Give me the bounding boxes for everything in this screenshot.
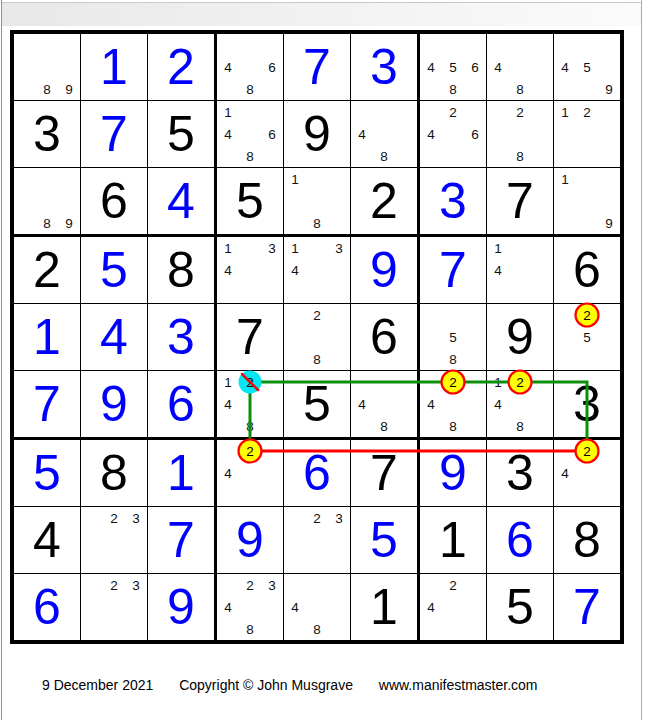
candidate-digit: 8 (509, 415, 531, 437)
cell-r3c1[interactable]: 89 (14, 168, 80, 234)
cell-r6c3[interactable]: 6 (148, 371, 214, 437)
cell-r2c2[interactable]: 7 (81, 101, 147, 167)
given-digit: 5 (217, 168, 283, 234)
cell-r8c5[interactable]: 23 (284, 507, 350, 573)
candidate-digit: 3 (328, 237, 350, 259)
candidate-digit: 9 (58, 78, 80, 100)
candidate-digit: 1 (487, 371, 509, 393)
cell-r7c8[interactable]: 3 (487, 440, 553, 506)
candidate-digit: 8 (509, 145, 531, 167)
candidate-digit: 8 (442, 415, 464, 437)
candidate-digit: 1 (284, 168, 306, 190)
candidate-grid: 459 (554, 34, 620, 100)
cell-r5c8[interactable]: 9 (487, 304, 553, 370)
candidate-digit: 4 (487, 259, 509, 281)
candidate-digit: 4 (554, 56, 576, 78)
cell-r5c5[interactable]: 28 (284, 304, 350, 370)
candidate-grid: 58 (420, 304, 486, 370)
cell-r5c7[interactable]: 58 (420, 304, 486, 370)
cell-r2c3[interactable]: 5 (148, 101, 214, 167)
cell-r9c4[interactable]: 2348 (217, 574, 283, 640)
candidate-digit: 9 (598, 78, 620, 100)
cell-r8c8[interactable]: 6 (487, 507, 553, 573)
given-digit: 3 (487, 440, 553, 506)
cell-r4c3[interactable]: 8 (148, 237, 214, 303)
cell-r3c5[interactable]: 18 (284, 168, 350, 234)
candidate-digit: 4 (284, 596, 306, 618)
candidate-digit: 2 (576, 440, 598, 462)
cell-r5c9[interactable]: 25 (554, 304, 620, 370)
candidate-grid: 23 (81, 507, 147, 573)
candidate-digit: 5 (576, 326, 598, 348)
given-digit: 9 (284, 101, 350, 167)
cell-r1c6[interactable]: 3 (351, 34, 417, 100)
solved-digit: 5 (14, 440, 80, 506)
solved-digit: 9 (351, 237, 417, 303)
candidate-digit: 8 (36, 212, 58, 234)
candidate-digit: 4 (284, 259, 306, 281)
cell-r4c4[interactable]: 134 (217, 237, 283, 303)
candidate-digit: 1 (217, 237, 239, 259)
candidate-grid: 134 (217, 237, 283, 303)
solved-digit: 9 (148, 574, 214, 640)
candidate-digit: 2 (239, 574, 261, 596)
cell-r3c2[interactable]: 6 (81, 168, 147, 234)
candidate-digit: 2 (576, 304, 598, 326)
solved-digit: 6 (148, 371, 214, 437)
candidate-digit: 9 (58, 212, 80, 234)
candidate-digit: 5 (442, 56, 464, 78)
given-digit: 7 (217, 304, 283, 370)
cell-r9c9[interactable]: 7 (554, 574, 620, 640)
candidate-digit: 2 (576, 101, 598, 123)
solved-digit: 2 (148, 34, 214, 100)
cell-r4c2[interactable]: 5 (81, 237, 147, 303)
candidate-digit: 8 (239, 78, 261, 100)
cell-r8c4[interactable]: 9 (217, 507, 283, 573)
cell-r9c6[interactable]: 1 (351, 574, 417, 640)
given-digit: 8 (148, 237, 214, 303)
cell-r7c4[interactable]: 24 (217, 440, 283, 506)
cell-r1c3[interactable]: 2 (148, 34, 214, 100)
footer-website: www.manifestmaster.com (379, 677, 538, 693)
solved-digit: 7 (81, 101, 147, 167)
cell-r4c5[interactable]: 134 (284, 237, 350, 303)
given-digit: 7 (487, 168, 553, 234)
cell-r6c4[interactable]: 1248 (217, 371, 283, 437)
candidate-digit: 4 (217, 259, 239, 281)
solved-digit: 3 (351, 34, 417, 100)
candidate-digit: 4 (420, 123, 442, 145)
candidate-digit: 8 (442, 348, 464, 370)
candidate-digit: 8 (373, 415, 395, 437)
solved-digit: 7 (284, 34, 350, 100)
cell-r8c1[interactable]: 4 (14, 507, 80, 573)
candidate-digit: 4 (554, 462, 576, 484)
candidate-grid: 4568 (420, 34, 486, 100)
cell-r7c7[interactable]: 9 (420, 440, 486, 506)
solved-digit: 5 (351, 507, 417, 573)
given-digit: 3 (14, 101, 80, 167)
candidate-grid: 23 (284, 507, 350, 573)
cell-r6c6[interactable]: 48 (351, 371, 417, 437)
cell-r3c9[interactable]: 19 (554, 168, 620, 234)
cell-r6c2[interactable]: 9 (81, 371, 147, 437)
candidate-grid: 19 (554, 168, 620, 234)
cell-r7c5[interactable]: 6 (284, 440, 350, 506)
cell-r2c9[interactable]: 12 (554, 101, 620, 167)
cell-r6c1[interactable]: 7 (14, 371, 80, 437)
candidate-grid: 14 (487, 237, 553, 303)
cell-r3c3[interactable]: 4 (148, 168, 214, 234)
candidate-grid: 48 (351, 371, 417, 437)
solved-digit: 9 (217, 507, 283, 573)
given-digit: 5 (148, 101, 214, 167)
cell-r4c7[interactable]: 7 (420, 237, 486, 303)
candidate-grid: 24 (554, 440, 620, 506)
solved-digit: 6 (284, 440, 350, 506)
given-digit: 7 (351, 440, 417, 506)
candidate-digit: 8 (306, 212, 328, 234)
candidate-digit: 2 (103, 507, 125, 529)
cell-r1c4[interactable]: 468 (217, 34, 283, 100)
candidate-grid: 1248 (487, 371, 553, 437)
cell-r1c9[interactable]: 459 (554, 34, 620, 100)
candidate-digit: 2 (239, 440, 261, 462)
cell-r1c7[interactable]: 4568 (420, 34, 486, 100)
candidate-digit: 4 (217, 596, 239, 618)
candidate-grid: 89 (14, 168, 80, 234)
cell-r8c6[interactable]: 5 (351, 507, 417, 573)
candidate-digit: 2 (442, 371, 464, 393)
candidate-digit: 2 (509, 371, 531, 393)
candidate-digit: 4 (217, 56, 239, 78)
cell-r5c1[interactable]: 1 (14, 304, 80, 370)
candidate-digit: 1 (554, 101, 576, 123)
cell-r7c6[interactable]: 7 (351, 440, 417, 506)
candidate-digit: 8 (442, 78, 464, 100)
candidate-grid: 25 (554, 304, 620, 370)
solved-digit: 3 (420, 168, 486, 234)
cell-r1c1[interactable]: 89 (14, 34, 80, 100)
cell-r2c6[interactable]: 48 (351, 101, 417, 167)
solved-digit: 9 (420, 440, 486, 506)
candidate-digit: 3 (261, 574, 283, 596)
cell-r8c2[interactable]: 23 (81, 507, 147, 573)
candidate-digit: 6 (261, 123, 283, 145)
cell-r3c6[interactable]: 2 (351, 168, 417, 234)
candidate-digit: 3 (328, 507, 350, 529)
given-digit: 5 (284, 371, 350, 437)
candidate-grid: 134 (284, 237, 350, 303)
cell-r8c3[interactable]: 7 (148, 507, 214, 573)
cell-r2c4[interactable]: 1468 (217, 101, 283, 167)
candidate-grid: 2348 (217, 574, 283, 640)
cell-r3c4[interactable]: 5 (217, 168, 283, 234)
cell-r1c2[interactable]: 1 (81, 34, 147, 100)
candidate-digit: 3 (125, 507, 147, 529)
given-digit: 8 (81, 440, 147, 506)
candidate-grid: 48 (351, 101, 417, 167)
footer-date: 9 December 2021 (42, 677, 153, 693)
candidate-digit: 8 (239, 415, 261, 437)
candidate-digit: 4 (217, 123, 239, 145)
given-digit: 6 (351, 304, 417, 370)
footer: 9 December 2021 Copyright © John Musgrav… (42, 677, 538, 693)
candidate-digit: 1 (217, 101, 239, 123)
cell-r5c3[interactable]: 3 (148, 304, 214, 370)
solved-digit: 4 (148, 168, 214, 234)
candidate-grid: 248 (420, 371, 486, 437)
given-digit: 6 (81, 168, 147, 234)
candidate-digit: 4 (420, 596, 442, 618)
cell-r1c5[interactable]: 7 (284, 34, 350, 100)
solved-digit: 1 (81, 34, 147, 100)
candidate-digit: 5 (576, 56, 598, 78)
cell-r1c8[interactable]: 48 (487, 34, 553, 100)
window-edge-right (641, 0, 642, 720)
given-digit: 3 (554, 371, 620, 437)
solved-digit: 7 (14, 371, 80, 437)
given-digit: 8 (554, 507, 620, 573)
toolbar-edge (2, 2, 641, 26)
cell-r9c8[interactable]: 5 (487, 574, 553, 640)
candidate-digit: 1 (217, 371, 239, 393)
candidate-digit: 9 (598, 212, 620, 234)
cell-r3c7[interactable]: 3 (420, 168, 486, 234)
candidate-grid: 246 (420, 101, 486, 167)
solved-digit: 7 (554, 574, 620, 640)
candidate-digit: 8 (239, 145, 261, 167)
candidate-grid: 48 (487, 34, 553, 100)
cell-r8c9[interactable]: 8 (554, 507, 620, 573)
solved-digit: 1 (148, 440, 214, 506)
cell-r6c8[interactable]: 1248 (487, 371, 553, 437)
candidate-grid: 23 (81, 574, 147, 640)
cell-r6c5[interactable]: 5 (284, 371, 350, 437)
candidate-digit: 8 (306, 348, 328, 370)
cell-r2c5[interactable]: 9 (284, 101, 350, 167)
candidate-digit: 2 (239, 371, 261, 393)
candidate-digit: 1 (554, 168, 576, 190)
window-edge-left (1, 0, 2, 720)
candidate-grid: 12 (554, 101, 620, 167)
footer-copyright: Copyright © John Musgrave (179, 677, 353, 693)
cell-r9c1[interactable]: 6 (14, 574, 80, 640)
given-digit: 1 (420, 507, 486, 573)
given-digit: 6 (554, 237, 620, 303)
candidate-digit: 8 (509, 78, 531, 100)
cell-r2c8[interactable]: 28 (487, 101, 553, 167)
candidate-digit: 4 (217, 462, 239, 484)
candidate-digit: 2 (442, 101, 464, 123)
solved-digit: 7 (148, 507, 214, 573)
candidate-digit: 6 (464, 56, 486, 78)
candidate-grid: 24 (420, 574, 486, 640)
candidate-digit: 3 (125, 574, 147, 596)
cell-r7c9[interactable]: 24 (554, 440, 620, 506)
candidate-digit: 4 (420, 393, 442, 415)
cell-r7c3[interactable]: 1 (148, 440, 214, 506)
candidate-digit: 1 (284, 237, 306, 259)
given-digit: 5 (487, 574, 553, 640)
cell-r7c2[interactable]: 8 (81, 440, 147, 506)
candidate-digit: 3 (261, 237, 283, 259)
candidate-digit: 2 (442, 574, 464, 596)
candidate-grid: 468 (217, 34, 283, 100)
cell-r7c1[interactable]: 5 (14, 440, 80, 506)
solved-digit: 9 (81, 371, 147, 437)
cell-r4c1[interactable]: 2 (14, 237, 80, 303)
candidate-grid: 28 (284, 304, 350, 370)
cell-r3c8[interactable]: 7 (487, 168, 553, 234)
candidate-grid: 28 (487, 101, 553, 167)
cell-r6c9[interactable]: 3 (554, 371, 620, 437)
given-digit: 2 (351, 168, 417, 234)
candidate-digit: 8 (373, 145, 395, 167)
candidate-digit: 2 (306, 507, 328, 529)
cell-r4c9[interactable]: 6 (554, 237, 620, 303)
solved-digit: 7 (420, 237, 486, 303)
cell-r8c7[interactable]: 1 (420, 507, 486, 573)
candidate-digit: 4 (487, 56, 509, 78)
candidate-grid: 24 (217, 440, 283, 506)
cell-r5c2[interactable]: 4 (81, 304, 147, 370)
solved-digit: 3 (148, 304, 214, 370)
candidate-digit: 4 (217, 393, 239, 415)
candidate-digit: 1 (487, 237, 509, 259)
cell-r9c7[interactable]: 24 (420, 574, 486, 640)
candidate-digit: 8 (36, 78, 58, 100)
sudoku-board: 8912468734568484593751468948246281289645… (10, 30, 624, 644)
solved-digit: 6 (14, 574, 80, 640)
candidate-digit: 2 (103, 574, 125, 596)
candidate-grid: 1248 (217, 371, 283, 437)
candidate-digit: 4 (351, 393, 373, 415)
candidate-digit: 6 (464, 123, 486, 145)
candidate-digit: 4 (420, 56, 442, 78)
cell-r9c2[interactable]: 23 (81, 574, 147, 640)
cell-r5c6[interactable]: 6 (351, 304, 417, 370)
cell-r4c8[interactable]: 14 (487, 237, 553, 303)
cell-r2c1[interactable]: 3 (14, 101, 80, 167)
candidate-digit: 6 (261, 56, 283, 78)
given-digit: 4 (14, 507, 80, 573)
given-digit: 9 (487, 304, 553, 370)
candidate-digit: 2 (509, 101, 531, 123)
cell-r4c6[interactable]: 9 (351, 237, 417, 303)
cell-r9c3[interactable]: 9 (148, 574, 214, 640)
candidate-digit: 8 (239, 618, 261, 640)
candidate-grid: 1468 (217, 101, 283, 167)
cell-r6c7[interactable]: 248 (420, 371, 486, 437)
candidate-grid: 48 (284, 574, 350, 640)
given-digit: 2 (14, 237, 80, 303)
candidate-digit: 5 (442, 326, 464, 348)
given-digit: 1 (351, 574, 417, 640)
solved-digit: 6 (487, 507, 553, 573)
candidate-digit: 8 (306, 618, 328, 640)
solved-digit: 5 (81, 237, 147, 303)
solved-digit: 4 (81, 304, 147, 370)
cell-r2c7[interactable]: 246 (420, 101, 486, 167)
candidate-digit: 4 (351, 123, 373, 145)
candidate-digit: 2 (306, 304, 328, 326)
candidate-grid: 18 (284, 168, 350, 234)
candidate-digit: 4 (487, 393, 509, 415)
cell-r9c5[interactable]: 48 (284, 574, 350, 640)
solved-digit: 1 (14, 304, 80, 370)
candidate-grid: 89 (14, 34, 80, 100)
cell-r5c4[interactable]: 7 (217, 304, 283, 370)
